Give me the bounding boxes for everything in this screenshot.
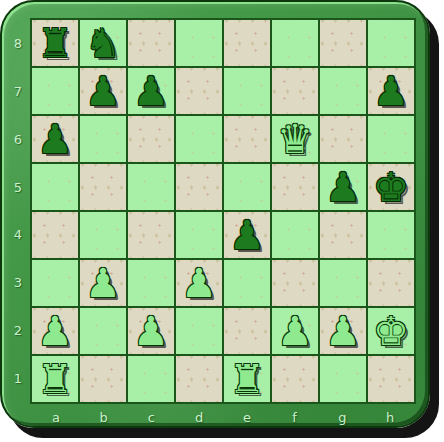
square-a8[interactable]: ♜ (32, 20, 78, 66)
white-pawn[interactable]: ♟ (325, 308, 361, 354)
square-g6[interactable] (320, 116, 366, 162)
square-d2[interactable] (176, 308, 222, 354)
square-h6[interactable] (368, 116, 414, 162)
square-h8[interactable] (368, 20, 414, 66)
square-e5[interactable] (224, 164, 270, 210)
square-a1[interactable]: ♜ (32, 356, 78, 402)
square-c2[interactable]: ♟ (128, 308, 174, 354)
black-pawn[interactable]: ♟ (133, 68, 169, 114)
square-g2[interactable]: ♟ (320, 308, 366, 354)
black-king[interactable]: ♚ (373, 164, 409, 210)
file-label-a: a (32, 407, 80, 427)
file-labels: abcdefgh (32, 407, 414, 427)
file-label-b: b (80, 407, 128, 427)
black-pawn[interactable]: ♟ (85, 68, 121, 114)
square-d8[interactable] (176, 20, 222, 66)
rank-label-1: 1 (7, 354, 29, 402)
rank-label-4: 4 (7, 211, 29, 259)
square-e7[interactable] (224, 68, 270, 114)
square-d7[interactable] (176, 68, 222, 114)
square-d4[interactable] (176, 212, 222, 258)
square-b6[interactable] (80, 116, 126, 162)
square-b4[interactable] (80, 212, 126, 258)
square-b7[interactable]: ♟ (80, 68, 126, 114)
square-b5[interactable] (80, 164, 126, 210)
file-label-f: f (271, 407, 319, 427)
rank-labels: 87654321 (7, 20, 29, 402)
square-d1[interactable] (176, 356, 222, 402)
square-g3[interactable] (320, 260, 366, 306)
square-g8[interactable] (320, 20, 366, 66)
white-rook[interactable]: ♜ (229, 356, 265, 402)
file-label-h: h (366, 407, 414, 427)
square-f8[interactable] (272, 20, 318, 66)
square-d5[interactable] (176, 164, 222, 210)
square-a3[interactable] (32, 260, 78, 306)
square-c4[interactable] (128, 212, 174, 258)
square-c5[interactable] (128, 164, 174, 210)
square-g5[interactable]: ♟ (320, 164, 366, 210)
square-a4[interactable] (32, 212, 78, 258)
white-pawn[interactable]: ♟ (277, 308, 313, 354)
black-pawn[interactable]: ♟ (325, 164, 361, 210)
rank-label-3: 3 (7, 259, 29, 307)
square-a7[interactable] (32, 68, 78, 114)
square-g1[interactable] (320, 356, 366, 402)
square-e8[interactable] (224, 20, 270, 66)
rank-label-5: 5 (7, 163, 29, 211)
square-c6[interactable] (128, 116, 174, 162)
white-rook[interactable]: ♜ (37, 356, 73, 402)
square-b1[interactable] (80, 356, 126, 402)
white-king[interactable]: ♚ (373, 308, 409, 354)
square-g7[interactable] (320, 68, 366, 114)
square-f3[interactable] (272, 260, 318, 306)
file-label-d: d (175, 407, 223, 427)
square-f6[interactable]: ♛ (272, 116, 318, 162)
square-a6[interactable]: ♟ (32, 116, 78, 162)
square-h2[interactable]: ♚ (368, 308, 414, 354)
square-a5[interactable] (32, 164, 78, 210)
white-pawn[interactable]: ♟ (133, 308, 169, 354)
rank-label-6: 6 (7, 116, 29, 164)
rank-label-2: 2 (7, 307, 29, 355)
square-e6[interactable] (224, 116, 270, 162)
square-c3[interactable] (128, 260, 174, 306)
square-c8[interactable] (128, 20, 174, 66)
board-frame: 87654321 abcdefgh ♜♞♟♟♟♟♛♟♚♟♟♟♟♟♟♟♚♜♜ (0, 0, 430, 428)
square-h1[interactable] (368, 356, 414, 402)
square-e3[interactable] (224, 260, 270, 306)
file-label-g: g (319, 407, 367, 427)
square-b8[interactable]: ♞ (80, 20, 126, 66)
square-d3[interactable]: ♟ (176, 260, 222, 306)
square-h5[interactable]: ♚ (368, 164, 414, 210)
square-e4[interactable]: ♟ (224, 212, 270, 258)
black-pawn[interactable]: ♟ (37, 116, 73, 162)
square-f4[interactable] (272, 212, 318, 258)
white-pawn[interactable]: ♟ (181, 260, 217, 306)
square-c7[interactable]: ♟ (128, 68, 174, 114)
white-pawn[interactable]: ♟ (37, 308, 73, 354)
black-rook[interactable]: ♜ (37, 20, 73, 66)
chess-board: ♜♞♟♟♟♟♛♟♚♟♟♟♟♟♟♟♚♜♜ (30, 18, 416, 404)
square-d6[interactable] (176, 116, 222, 162)
rank-label-7: 7 (7, 68, 29, 116)
white-pawn[interactable]: ♟ (85, 260, 121, 306)
square-a2[interactable]: ♟ (32, 308, 78, 354)
square-h4[interactable] (368, 212, 414, 258)
black-pawn[interactable]: ♟ (229, 212, 265, 258)
square-f2[interactable]: ♟ (272, 308, 318, 354)
file-label-e: e (223, 407, 271, 427)
square-f1[interactable] (272, 356, 318, 402)
square-e2[interactable] (224, 308, 270, 354)
square-e1[interactable]: ♜ (224, 356, 270, 402)
square-c1[interactable] (128, 356, 174, 402)
file-label-c: c (128, 407, 176, 427)
white-queen[interactable]: ♛ (277, 116, 313, 162)
square-g4[interactable] (320, 212, 366, 258)
square-f5[interactable] (272, 164, 318, 210)
square-h3[interactable] (368, 260, 414, 306)
rank-label-8: 8 (7, 20, 29, 68)
square-b2[interactable] (80, 308, 126, 354)
square-h7[interactable]: ♟ (368, 68, 414, 114)
square-b3[interactable]: ♟ (80, 260, 126, 306)
square-f7[interactable] (272, 68, 318, 114)
black-pawn[interactable]: ♟ (373, 68, 409, 114)
black-knight[interactable]: ♞ (85, 20, 121, 66)
